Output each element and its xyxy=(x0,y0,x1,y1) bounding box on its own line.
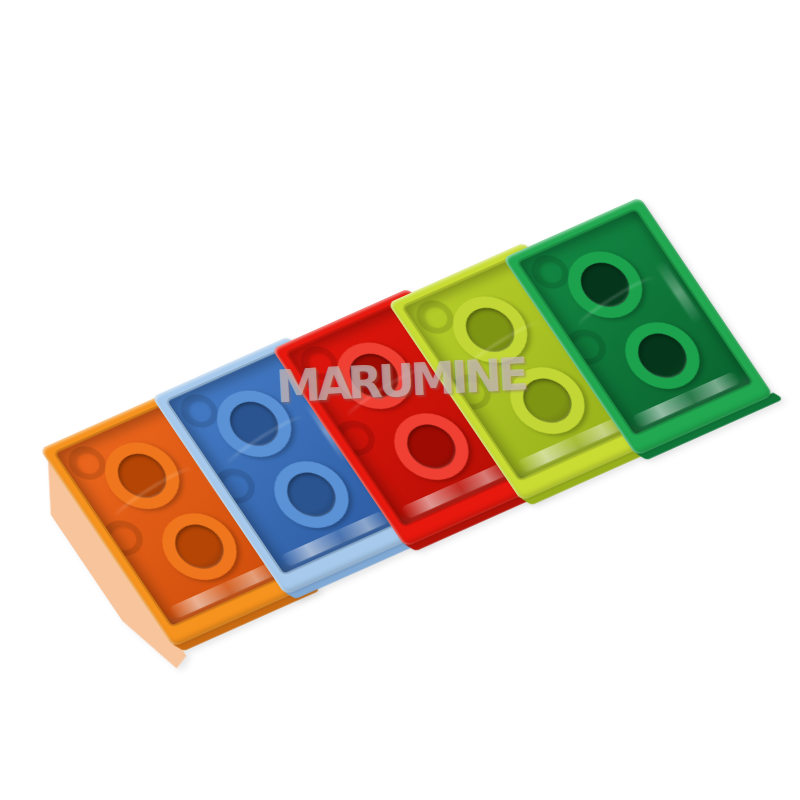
brick-row xyxy=(0,0,800,800)
gloss-highlight-side xyxy=(654,260,704,325)
product-photo: MARUMINE xyxy=(0,0,800,800)
